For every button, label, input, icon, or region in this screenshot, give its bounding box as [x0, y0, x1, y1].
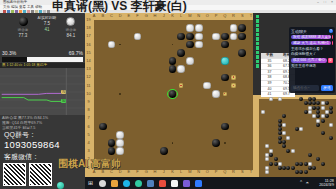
- move-indicator: [256, 42, 259, 45]
- ai-suggestion-marker: [221, 57, 229, 65]
- stone-white: [261, 110, 265, 114]
- move-indicator: [256, 51, 259, 54]
- move-number: 41: [40, 27, 54, 32]
- coord-number: 18: [86, 26, 92, 30]
- stone-white: [195, 41, 203, 49]
- match-title: 申真谞(黑) VS 李轩豪(白): [52, 0, 187, 15]
- coord-number: 16: [86, 43, 92, 47]
- stone-black: [291, 166, 295, 170]
- coord-letter: L: [178, 170, 184, 174]
- white-stat-label: 吻合度: [61, 28, 81, 32]
- coord-number: 15: [86, 51, 92, 55]
- candidate-move-marker: [223, 92, 228, 97]
- stone-black: [221, 123, 229, 131]
- stone-white: [291, 149, 295, 153]
- qq-group-number: 1093059864: [4, 139, 60, 150]
- stone-black: [238, 49, 246, 57]
- gift-pill: 欢迎 棋友8888 进入直播间: [291, 35, 331, 40]
- store-taskbar-icon[interactable]: [195, 180, 202, 187]
- table-cell: 37: [261, 70, 278, 75]
- stone-black: [212, 139, 220, 147]
- coord-letter: K: [169, 170, 175, 174]
- coord-letter: E: [126, 170, 132, 174]
- star-point: [119, 93, 121, 95]
- move-indicator: [256, 60, 259, 63]
- doc-taskbar-icon[interactable]: [171, 180, 178, 187]
- black-stat-value: 77.3: [13, 33, 33, 38]
- candidate-move-marker: [231, 83, 236, 88]
- stone-white: [186, 57, 194, 65]
- table-cell: 35: [261, 59, 278, 64]
- stone-black: [308, 153, 312, 157]
- go-app-taskbar-icon[interactable]: [57, 182, 64, 189]
- move-indicator: [256, 33, 259, 36]
- stone-black: [304, 162, 308, 166]
- stone-black: [329, 106, 333, 110]
- stone-white: [116, 131, 124, 139]
- clock-date: 2024/3/9: [319, 183, 334, 188]
- coord-number: 6: [86, 125, 92, 129]
- chat-message: 棋友666 点亮了爱心赞: [291, 58, 333, 63]
- stone-black: [269, 162, 273, 166]
- star-point: [224, 142, 226, 144]
- stone-white: [282, 123, 286, 127]
- coord-letter: Q: [222, 170, 228, 174]
- coord-letter: F: [135, 170, 141, 174]
- ai-judge-label: AI实时判断: [32, 15, 62, 20]
- black-winrate: 30.3%: [2, 50, 16, 56]
- stone-black: [299, 162, 303, 166]
- coord-number: 13: [86, 67, 92, 71]
- white-winrate: 69.7%: [69, 50, 83, 56]
- col-move: 手数: [261, 53, 278, 58]
- stone-black: [304, 170, 308, 174]
- last-move-marker: [167, 89, 177, 99]
- coord-number: 14: [86, 59, 92, 63]
- stone-white: [212, 33, 220, 41]
- stone-black: [274, 157, 278, 161]
- window-title: 围棋AI分析助手: [3, 0, 27, 4]
- table-cell: 39: [261, 81, 278, 86]
- coord-letter: P: [213, 14, 219, 18]
- chat-help-icon[interactable]: ?: [329, 29, 334, 34]
- candidate-move-marker: [231, 75, 236, 80]
- stone-white: [278, 97, 282, 101]
- stone-white: [308, 110, 312, 114]
- chat-message: 白棋优势很大了: [291, 52, 333, 57]
- move-indicator: [256, 37, 259, 40]
- white-stat-value: 84.1: [61, 33, 81, 38]
- move-indicator: [256, 64, 259, 67]
- screen: 围棋AI分析助手 – □ × 文件 编辑 查看 工具 帮助 申真谞(黑) VS …: [0, 0, 336, 189]
- coord-number: 10: [86, 92, 92, 96]
- stone-black: [304, 110, 308, 114]
- tray-icons[interactable]: ^ ⏶: [300, 180, 310, 185]
- browser-taskbar-icon[interactable]: [123, 180, 130, 187]
- brand-text: 围棋AI 高富帅: [58, 157, 121, 171]
- start-button[interactable]: ⊞: [88, 180, 94, 186]
- chat-message: 关注主播不迷路: [291, 64, 333, 69]
- qr-caption: 扫码加群 扫码加微信: [4, 188, 41, 189]
- coord-letter: N: [196, 170, 202, 174]
- chat-input[interactable]: [291, 85, 319, 92]
- gift-pill: 感谢 大飞 送出 礼物×1: [291, 41, 331, 46]
- coord-number: 12: [86, 75, 92, 79]
- chat-panel: 互动聊天 ? 欢迎 棋友8888 进入直播间新感谢 大飞 送出 礼物×1礼主播这…: [289, 27, 335, 93]
- move-indicator: [256, 15, 259, 18]
- winrate-bar-white-segment: [27, 57, 83, 62]
- table-cell: 40: [261, 87, 278, 92]
- chat-messages: 欢迎 棋友8888 进入直播间新感谢 大飞 送出 礼物×1礼主播这步棋怎么看？白…: [289, 35, 335, 69]
- coord-number: 11: [86, 84, 92, 88]
- gift-tag: 礼: [332, 41, 333, 46]
- coord-letter: N: [196, 14, 202, 18]
- move-indicator: [256, 55, 259, 58]
- move-indicator: [256, 46, 259, 49]
- coord-number: 7: [86, 116, 92, 120]
- winrate-graph: 7030: [0, 68, 85, 115]
- table-cell: 41: [261, 92, 278, 97]
- coord-letter: O: [204, 14, 210, 18]
- coord-letter: G: [143, 170, 149, 174]
- taskbar: ⊞ ^ ⏶ 11:28 2024/3/9: [85, 177, 336, 189]
- coord-number: 9: [86, 100, 92, 104]
- stone-black: [278, 119, 282, 123]
- stone-white: [269, 149, 273, 153]
- stone-white: [186, 24, 194, 32]
- move-indicator: [256, 24, 259, 27]
- move-indicator-strip: [256, 15, 260, 69]
- winrate-bar: [2, 57, 83, 62]
- stone-black: [321, 119, 325, 123]
- gift-tag: 新: [332, 35, 333, 40]
- stone-black: [108, 139, 116, 147]
- coord-letter: P: [213, 170, 219, 174]
- coord-number: 3: [86, 149, 92, 153]
- stone-white: [308, 162, 312, 166]
- go-app-taskbar-icon[interactable]: [135, 180, 142, 187]
- graph-label-black: 30: [61, 99, 66, 103]
- stone-white: [195, 24, 203, 32]
- stone-white: [321, 106, 325, 110]
- coord-letter: R: [231, 170, 237, 174]
- chat-app-taskbar-icon[interactable]: [183, 180, 190, 187]
- coord-letter: S: [239, 14, 245, 18]
- coord-letter: Q: [222, 14, 228, 18]
- stone-black: [99, 123, 107, 131]
- coord-letter: R: [231, 14, 237, 18]
- stone-black: [177, 49, 185, 57]
- chat-message: 主播这步棋怎么看？: [291, 47, 333, 52]
- stone-black: [221, 33, 229, 41]
- chat-message: 欢迎 棋友8888 进入直播间新: [291, 35, 333, 40]
- stone-white: [116, 139, 124, 147]
- stone-black: [329, 136, 333, 140]
- stone-white: [212, 90, 220, 98]
- stone-black: [221, 41, 229, 49]
- stone-black: [169, 57, 177, 65]
- coord-number: 8: [86, 108, 92, 112]
- table-cell: 36: [261, 64, 278, 69]
- stone-black: [160, 147, 168, 155]
- stone-black: [321, 162, 325, 166]
- table-cell: 38: [261, 75, 278, 80]
- stone-white: [278, 162, 282, 166]
- mini-go-board[interactable]: [253, 95, 336, 178]
- gift-tag: 赞: [328, 58, 333, 63]
- stone-black: [186, 33, 194, 41]
- qr-code-wechat: [29, 163, 52, 186]
- coord-letter: M: [187, 170, 193, 174]
- gift-pill: 棋友666 点亮了爱心: [291, 58, 327, 63]
- move-indicator: [256, 19, 259, 22]
- media-taskbar-icon[interactable]: [159, 180, 166, 187]
- komi-value: 7.5: [40, 21, 54, 26]
- status-strip: 黑 1:12:40 白 1:05:18 第41手: [0, 63, 85, 68]
- mail-taskbar-icon[interactable]: [147, 180, 154, 187]
- coord-letter: S: [239, 170, 245, 174]
- chat-send-button[interactable]: 发送: [321, 85, 333, 92]
- stone-black: [221, 74, 229, 82]
- qr-code-group: [3, 163, 26, 186]
- main-go-board[interactable]: AABBCCDDEEFFGGHHJJKKLLMMNNOOPPQQRRSSTT19…: [85, 13, 253, 178]
- white-player-stone-icon: [66, 17, 75, 26]
- graph-label-white: 70: [61, 90, 66, 94]
- chat-message: 感谢 大飞 送出 礼物×1礼: [291, 41, 333, 46]
- stone-black: [312, 166, 316, 170]
- black-player-stone-icon: [19, 17, 28, 26]
- right-panel: 手数 胜率 3568.23667.53769.13868.83970.24069…: [253, 13, 336, 95]
- stone-white: [195, 33, 203, 41]
- coord-number: 5: [86, 133, 92, 137]
- folder-taskbar-icon[interactable]: [111, 180, 118, 187]
- info-lines: AI吻合度 黑77.3% 白84.1% 推荐: Q14 白胜率69.7% 当前第…: [2, 116, 85, 131]
- coord-letter: O: [204, 170, 210, 174]
- coord-letter: J: [161, 170, 167, 174]
- black-stat-label: 吻合度: [13, 28, 33, 32]
- move-indicator: [256, 28, 259, 31]
- coord-number: 19: [86, 18, 92, 22]
- stone-black: [304, 101, 308, 105]
- taskbar-clock: 11:28 2024/3/9: [319, 179, 334, 188]
- wechat-label: 客服微信：: [4, 152, 39, 162]
- coord-letter: M: [187, 14, 193, 18]
- coord-number: 17: [86, 34, 92, 38]
- search-taskbar-icon[interactable]: [99, 180, 106, 187]
- coord-number: 4: [86, 141, 92, 145]
- coord-letter: H: [152, 170, 158, 174]
